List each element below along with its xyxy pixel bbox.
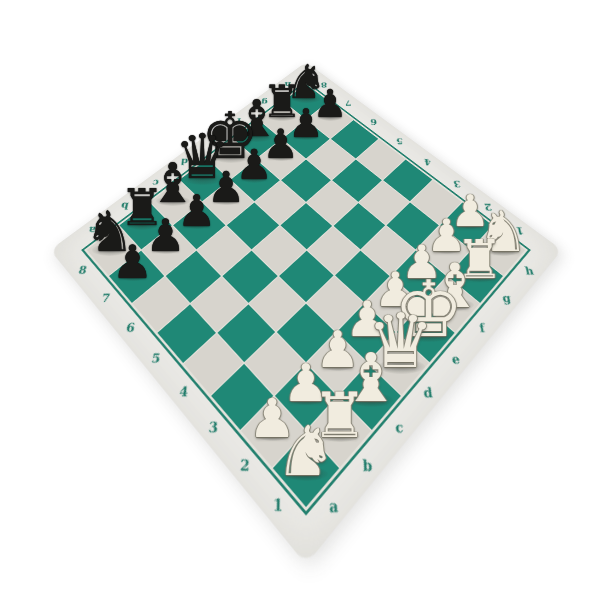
label-rank-4: 4: [417, 147, 438, 177]
piece-black-pawn-a7[interactable]: ♟: [112, 239, 153, 285]
product-photo-scene: abcdefgh abcdefgh 87654321 87654321 ♞♜♝♛…: [0, 0, 600, 600]
label-file-h: h: [507, 262, 552, 279]
label-rank-3: 3: [200, 402, 226, 454]
label-file-f: f: [459, 318, 505, 337]
label-file-g: g: [484, 289, 530, 307]
label-rank-5: 5: [142, 337, 169, 383]
label-file-c: c: [375, 416, 424, 439]
label-rank-4: 4: [170, 369, 196, 418]
piece-white-knight-a1[interactable]: ♞: [275, 418, 337, 487]
label-file-a: a: [308, 493, 359, 520]
label-rank-6: 6: [116, 307, 143, 350]
label-rank-5: 5: [390, 127, 409, 156]
label-rank-6: 6: [365, 108, 383, 135]
label-file-b: b: [343, 453, 393, 478]
